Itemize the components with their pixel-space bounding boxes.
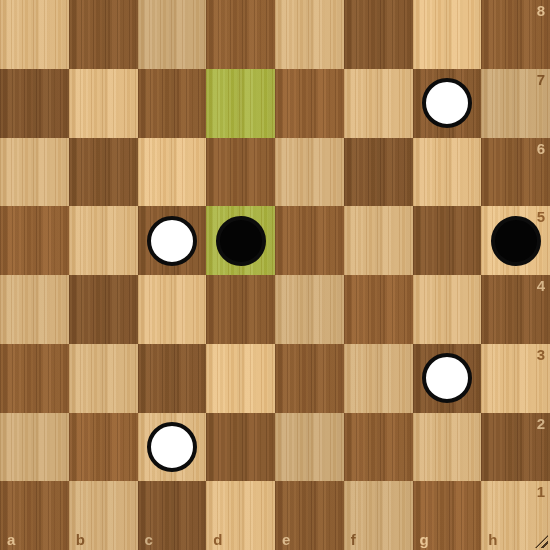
rank-label-4: 4 bbox=[537, 278, 545, 293]
square-e5[interactable] bbox=[275, 206, 344, 275]
square-a1[interactable]: a bbox=[0, 481, 69, 550]
square-b7[interactable] bbox=[69, 69, 138, 138]
square-a3[interactable] bbox=[0, 344, 69, 413]
square-f8[interactable] bbox=[344, 0, 413, 69]
square-a4[interactable] bbox=[0, 275, 69, 344]
square-f6[interactable] bbox=[344, 138, 413, 207]
rank-label-7: 7 bbox=[537, 72, 545, 87]
square-b2[interactable] bbox=[69, 413, 138, 482]
square-b8[interactable] bbox=[69, 0, 138, 69]
square-h6[interactable]: 6 bbox=[481, 138, 550, 207]
file-label-a: a bbox=[7, 532, 15, 547]
rank-label-3: 3 bbox=[537, 347, 545, 362]
square-a2[interactable] bbox=[0, 413, 69, 482]
rank-label-8: 8 bbox=[537, 3, 545, 18]
square-g2[interactable] bbox=[413, 413, 482, 482]
square-d3[interactable] bbox=[206, 344, 275, 413]
square-a6[interactable] bbox=[0, 138, 69, 207]
square-d8[interactable] bbox=[206, 0, 275, 69]
file-label-e: e bbox=[282, 532, 290, 547]
square-a8[interactable] bbox=[0, 0, 69, 69]
white-disc-g7[interactable]: ● bbox=[422, 78, 472, 128]
file-label-g: g bbox=[420, 532, 429, 547]
square-b3[interactable] bbox=[69, 344, 138, 413]
square-d4[interactable] bbox=[206, 275, 275, 344]
white-disc-g3[interactable]: ● bbox=[422, 353, 472, 403]
rank-label-2: 2 bbox=[537, 416, 545, 431]
square-d6[interactable] bbox=[206, 138, 275, 207]
square-b1[interactable]: b bbox=[69, 481, 138, 550]
square-e6[interactable] bbox=[275, 138, 344, 207]
square-f7[interactable] bbox=[344, 69, 413, 138]
square-c3[interactable] bbox=[138, 344, 207, 413]
file-label-d: d bbox=[213, 532, 222, 547]
square-f4[interactable] bbox=[344, 275, 413, 344]
square-d2[interactable] bbox=[206, 413, 275, 482]
file-label-c: c bbox=[145, 532, 153, 547]
square-d1[interactable]: d bbox=[206, 481, 275, 550]
square-g1[interactable]: g bbox=[413, 481, 482, 550]
white-disc-c5[interactable]: ● bbox=[147, 216, 197, 266]
rank-label-1: 1 bbox=[537, 484, 545, 499]
rank-label-5: 5 bbox=[537, 209, 545, 224]
square-a5[interactable] bbox=[0, 206, 69, 275]
square-b5[interactable] bbox=[69, 206, 138, 275]
square-h1[interactable]: h1 bbox=[481, 481, 550, 550]
square-h4[interactable]: 4 bbox=[481, 275, 550, 344]
square-g5[interactable] bbox=[413, 206, 482, 275]
square-f5[interactable] bbox=[344, 206, 413, 275]
file-label-b: b bbox=[76, 532, 85, 547]
square-h2[interactable]: 2 bbox=[481, 413, 550, 482]
file-label-h: h bbox=[488, 532, 497, 547]
square-d7[interactable] bbox=[206, 69, 275, 138]
square-g4[interactable] bbox=[413, 275, 482, 344]
square-f2[interactable] bbox=[344, 413, 413, 482]
black-disc-h5[interactable]: ● bbox=[491, 216, 541, 266]
square-c6[interactable] bbox=[138, 138, 207, 207]
square-b6[interactable] bbox=[69, 138, 138, 207]
white-disc-c2[interactable]: ● bbox=[147, 422, 197, 472]
square-e7[interactable] bbox=[275, 69, 344, 138]
game-board[interactable]: 8765432abcdefgh1●●●●●● bbox=[0, 0, 550, 550]
square-e2[interactable] bbox=[275, 413, 344, 482]
square-c8[interactable] bbox=[138, 0, 207, 69]
square-h3[interactable]: 3 bbox=[481, 344, 550, 413]
square-e4[interactable] bbox=[275, 275, 344, 344]
square-h8[interactable]: 8 bbox=[481, 0, 550, 69]
square-c4[interactable] bbox=[138, 275, 207, 344]
square-f3[interactable] bbox=[344, 344, 413, 413]
square-a7[interactable] bbox=[0, 69, 69, 138]
file-label-f: f bbox=[351, 532, 356, 547]
square-e8[interactable] bbox=[275, 0, 344, 69]
square-g8[interactable] bbox=[413, 0, 482, 69]
square-h7[interactable]: 7 bbox=[481, 69, 550, 138]
square-c7[interactable] bbox=[138, 69, 207, 138]
square-g6[interactable] bbox=[413, 138, 482, 207]
square-b4[interactable] bbox=[69, 275, 138, 344]
square-e3[interactable] bbox=[275, 344, 344, 413]
black-disc-d5[interactable]: ● bbox=[216, 216, 266, 266]
rank-label-6: 6 bbox=[537, 141, 545, 156]
square-f1[interactable]: f bbox=[344, 481, 413, 550]
square-c1[interactable]: c bbox=[138, 481, 207, 550]
square-e1[interactable]: e bbox=[275, 481, 344, 550]
